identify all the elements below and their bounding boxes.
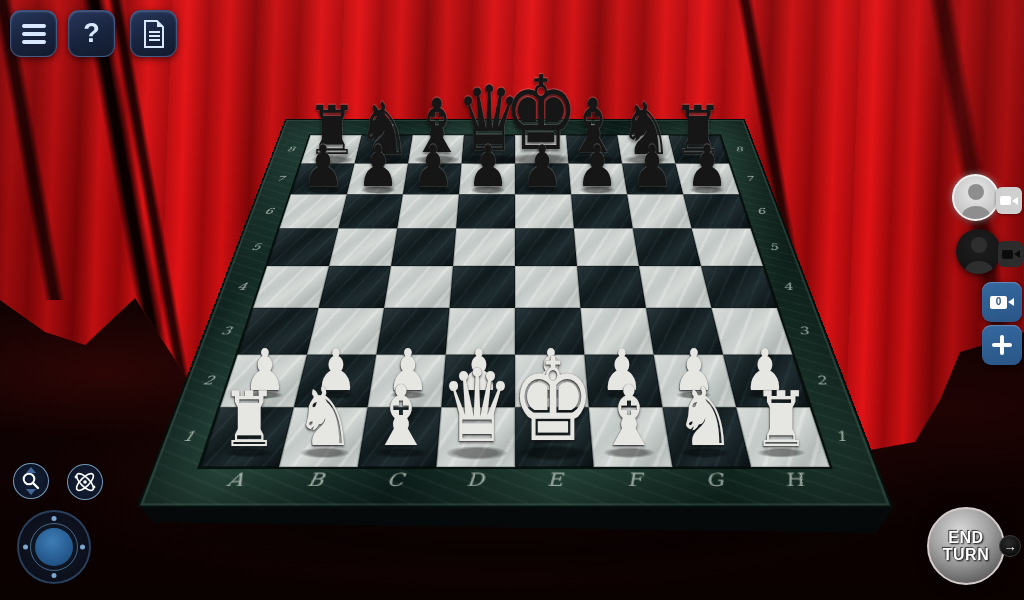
square-b8[interactable]	[355, 135, 413, 163]
square-e7[interactable]	[515, 163, 571, 194]
square-a3[interactable]	[238, 308, 319, 355]
square-f5[interactable]	[574, 228, 639, 266]
square-c1[interactable]	[358, 407, 442, 467]
end-turn-label-line2: TURN	[943, 546, 989, 563]
video-camera-icon: 0	[990, 296, 1014, 309]
square-c6[interactable]	[397, 194, 459, 228]
square-f2[interactable]	[584, 355, 662, 408]
file-label-bottom-C: C	[353, 469, 436, 497]
square-h1[interactable]	[736, 407, 830, 467]
file-label-bottom-A: A	[190, 469, 278, 497]
white-player-camera-button[interactable]	[996, 187, 1022, 214]
square-b7[interactable]	[347, 163, 408, 194]
file-label-bottom-F: F	[594, 469, 677, 497]
joystick-dot	[23, 545, 28, 550]
square-g2[interactable]	[654, 355, 736, 408]
joystick-dot	[52, 516, 57, 521]
square-d3[interactable]	[446, 308, 515, 355]
zoom-camera-button[interactable]	[13, 463, 49, 499]
file-label-bottom-B: B	[272, 469, 358, 497]
square-a8[interactable]	[301, 135, 362, 163]
square-c2[interactable]	[368, 355, 446, 408]
camera-count-badge: 0	[990, 296, 1007, 309]
square-d6[interactable]	[456, 194, 515, 228]
square-c8[interactable]	[408, 135, 464, 163]
file-label-bottom-G: G	[673, 469, 759, 497]
square-d8[interactable]	[462, 135, 515, 163]
square-a2[interactable]	[220, 355, 307, 408]
square-b3[interactable]	[307, 308, 384, 355]
square-b4[interactable]	[319, 266, 391, 308]
square-g4[interactable]	[639, 266, 711, 308]
document-icon	[143, 20, 165, 48]
black-player-camera-button[interactable]	[998, 241, 1023, 267]
square-e4[interactable]	[515, 266, 580, 308]
square-a4[interactable]	[253, 266, 329, 308]
square-e8[interactable]	[515, 135, 568, 163]
file-label-top-B: B	[362, 123, 415, 134]
square-b5[interactable]	[329, 228, 397, 266]
square-f6[interactable]	[571, 194, 633, 228]
square-h3[interactable]	[711, 308, 792, 355]
square-f8[interactable]	[566, 135, 622, 163]
square-e6[interactable]	[515, 194, 574, 228]
square-h7[interactable]	[675, 163, 739, 194]
person-icon	[968, 184, 984, 200]
file-label-top-E: E	[515, 123, 566, 134]
square-h6[interactable]	[683, 194, 750, 228]
magnifier-icon	[21, 471, 41, 491]
video-camera-button[interactable]: 0	[982, 282, 1022, 322]
arrow-right-icon: →	[1004, 540, 1017, 553]
camera-icon	[1000, 196, 1018, 205]
file-label-bottom-H: H	[752, 469, 840, 497]
square-d4[interactable]	[450, 266, 515, 308]
square-c3[interactable]	[376, 308, 449, 355]
square-f4[interactable]	[577, 266, 646, 308]
square-b2[interactable]	[294, 355, 376, 408]
square-g6[interactable]	[627, 194, 692, 228]
chevron-down-icon	[26, 489, 36, 495]
square-e3[interactable]	[515, 308, 584, 355]
add-camera-button[interactable]	[982, 325, 1022, 365]
square-b6[interactable]	[338, 194, 403, 228]
square-a6[interactable]	[279, 194, 346, 228]
menu-button[interactable]	[10, 10, 57, 57]
square-g3[interactable]	[646, 308, 723, 355]
file-label-top-C: C	[413, 123, 465, 134]
file-label-bottom-D: D	[434, 469, 515, 497]
file-label-top-A: A	[311, 123, 365, 134]
square-g8[interactable]	[617, 135, 675, 163]
joystick-knob[interactable]	[35, 528, 73, 566]
square-e5[interactable]	[515, 228, 577, 266]
black-player-avatar[interactable]	[956, 229, 1001, 274]
square-c4[interactable]	[384, 266, 453, 308]
chevron-up-icon	[26, 467, 36, 473]
next-turn-arrow-button[interactable]: →	[999, 535, 1021, 557]
camera-icon	[1002, 250, 1020, 259]
square-g5[interactable]	[633, 228, 701, 266]
square-c5[interactable]	[391, 228, 456, 266]
square-h5[interactable]	[692, 228, 763, 266]
file-label-bottom-E: E	[515, 469, 596, 497]
joystick-dot	[52, 573, 57, 578]
square-a5[interactable]	[267, 228, 338, 266]
square-a7[interactable]	[291, 163, 355, 194]
square-g7[interactable]	[622, 163, 683, 194]
camera-joystick[interactable]	[17, 510, 91, 584]
square-f3[interactable]	[580, 308, 653, 355]
square-c7[interactable]	[403, 163, 462, 194]
help-button[interactable]: ?	[68, 10, 115, 57]
white-player-avatar[interactable]	[952, 174, 999, 221]
file-label-top-F: F	[565, 123, 617, 134]
square-d1[interactable]	[436, 407, 515, 467]
file-label-top-G: G	[615, 123, 668, 134]
game-screen: AABBCCDDEEFFGGHH8877665544332211 ♜♞♝♛♚♝♞…	[0, 0, 1024, 600]
square-f1[interactable]	[589, 407, 673, 467]
square-a1[interactable]	[200, 407, 294, 467]
joystick-dot	[80, 545, 85, 550]
file-label-top-D: D	[464, 123, 515, 134]
square-f7[interactable]	[568, 163, 627, 194]
end-turn-button[interactable]: END TURN	[927, 507, 1005, 585]
menu-icon	[22, 24, 46, 44]
square-d7[interactable]	[459, 163, 515, 194]
square-h8[interactable]	[668, 135, 729, 163]
square-h4[interactable]	[701, 266, 777, 308]
square-d5[interactable]	[453, 228, 515, 266]
square-d2[interactable]	[441, 355, 515, 408]
board-grid	[200, 135, 829, 467]
help-icon: ?	[83, 18, 100, 49]
person-icon	[962, 206, 990, 221]
person-icon	[971, 237, 987, 253]
square-b1[interactable]	[279, 407, 368, 467]
orbit-rotate-icon	[72, 469, 98, 495]
move-list-button[interactable]	[130, 10, 177, 57]
end-turn-label-line1: END	[948, 529, 983, 546]
square-h2[interactable]	[723, 355, 810, 408]
file-label-top-H: H	[665, 123, 719, 134]
plus-icon	[992, 335, 1012, 355]
rotate-camera-button[interactable]	[67, 464, 103, 500]
square-e2[interactable]	[515, 355, 589, 408]
square-e1[interactable]	[515, 407, 594, 467]
